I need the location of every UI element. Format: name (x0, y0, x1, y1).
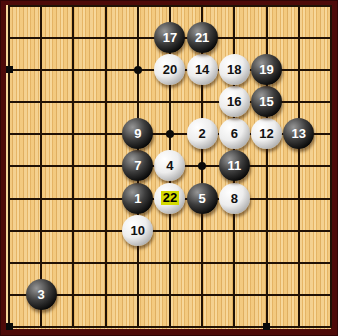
intersection-6-7: 22 (154, 182, 186, 214)
move-number: 18 (227, 63, 241, 76)
move-number: 19 (259, 63, 273, 76)
intersection-7-3: 14 (186, 54, 218, 86)
stone-10-white: 10 (122, 215, 153, 246)
hoshi-dot (122, 54, 154, 86)
intersection-7-5: 2 (186, 118, 218, 150)
stone-7-black: 7 (122, 150, 153, 181)
edge-square-marker (0, 54, 25, 86)
move-number: 13 (291, 127, 305, 140)
edge-square-marker (0, 310, 25, 336)
hoshi-dot (186, 150, 218, 182)
move-number: 2 (199, 127, 206, 140)
hoshi-dot-mark (198, 162, 206, 170)
intersection-6-3: 20 (154, 54, 186, 86)
move-number: 16 (227, 95, 241, 108)
stone-19-black: 19 (251, 54, 282, 85)
move-number: 10 (131, 224, 145, 237)
stone-18-white: 18 (219, 54, 250, 85)
move-number: 14 (195, 63, 209, 76)
move-number-highlighted: 22 (161, 191, 179, 205)
intersection-6-2: 17 (154, 22, 186, 54)
stone-1-black: 1 (122, 183, 153, 214)
move-number: 17 (163, 31, 177, 44)
stone-3-black: 3 (26, 279, 57, 310)
edge-square-mark (263, 323, 270, 330)
move-number: 8 (231, 192, 238, 205)
intersection-9-5: 12 (250, 118, 282, 150)
intersections-grid: 12345678910111213141516171819202122 (0, 0, 338, 336)
stone-6-white: 6 (219, 118, 250, 149)
move-number: 4 (166, 159, 173, 172)
intersection-7-2: 21 (186, 22, 218, 54)
edge-square-marker (250, 310, 282, 336)
intersection-8-5: 6 (218, 118, 250, 150)
intersection-5-6: 7 (122, 150, 154, 182)
intersection-5-5: 9 (122, 118, 154, 150)
stone-22-white: 22 (154, 183, 185, 214)
stone-16-white: 16 (219, 86, 250, 117)
move-number: 15 (259, 95, 273, 108)
intersection-9-3: 19 (250, 54, 282, 86)
move-number: 11 (227, 159, 241, 172)
move-number: 1 (134, 192, 141, 205)
intersection-8-7: 8 (218, 182, 250, 214)
stone-20-white: 20 (154, 54, 185, 85)
edge-square-mark (6, 66, 13, 73)
edge-square-mark (6, 323, 13, 330)
stone-15-black: 15 (251, 86, 282, 117)
hoshi-dot-mark (134, 66, 142, 74)
stone-12-white: 12 (251, 118, 282, 149)
move-number: 12 (259, 127, 273, 140)
intersection-5-7: 1 (122, 182, 154, 214)
stone-5-black: 5 (187, 183, 218, 214)
move-number: 7 (134, 159, 141, 172)
intersection-9-4: 15 (250, 86, 282, 118)
hoshi-dot-mark (166, 130, 174, 138)
intersection-8-6: 11 (218, 150, 250, 182)
intersection-10-5: 13 (283, 118, 315, 150)
move-number: 6 (231, 127, 238, 140)
stone-11-black: 11 (219, 150, 250, 181)
stone-8-white: 8 (219, 183, 250, 214)
move-number: 9 (134, 127, 141, 140)
intersection-2-10: 3 (25, 278, 57, 310)
stone-13-black: 13 (283, 118, 314, 149)
stone-14-white: 14 (187, 54, 218, 85)
stone-21-black: 21 (187, 22, 218, 53)
move-number: 3 (38, 288, 45, 301)
move-number: 5 (199, 192, 206, 205)
intersection-8-4: 16 (218, 86, 250, 118)
stone-2-white: 2 (187, 118, 218, 149)
stone-4-white: 4 (154, 150, 185, 181)
intersection-5-8: 10 (122, 214, 154, 246)
stone-17-black: 17 (154, 22, 185, 53)
stone-9-black: 9 (122, 118, 153, 149)
move-number: 21 (195, 31, 209, 44)
intersection-8-3: 18 (218, 54, 250, 86)
intersection-7-7: 5 (186, 182, 218, 214)
hoshi-dot (154, 118, 186, 150)
intersection-6-6: 4 (154, 150, 186, 182)
move-number: 20 (163, 63, 177, 76)
board-frame: 12345678910111213141516171819202122 (0, 0, 338, 336)
